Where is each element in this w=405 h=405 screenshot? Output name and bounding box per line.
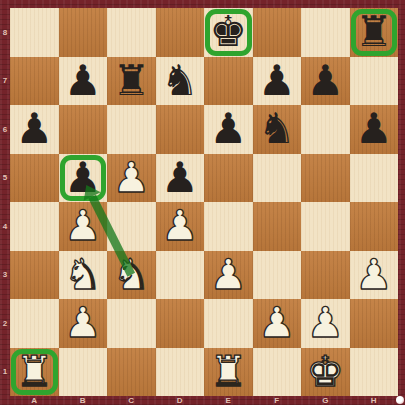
square-e6[interactable]: ♟ bbox=[204, 105, 253, 154]
square-e4[interactable] bbox=[204, 202, 253, 251]
square-b1[interactable] bbox=[59, 348, 108, 397]
square-f4[interactable] bbox=[253, 202, 302, 251]
square-g1[interactable]: ♚ bbox=[301, 348, 350, 397]
white-pawn-piece-b2[interactable]: ♟ bbox=[64, 299, 102, 347]
square-h7[interactable] bbox=[350, 57, 399, 106]
square-b8[interactable] bbox=[59, 8, 108, 57]
square-b7[interactable]: ♟ bbox=[59, 57, 108, 106]
square-d4[interactable]: ♟ bbox=[156, 202, 205, 251]
chess-board: ♚♜♟♜♞♟♟♟♟♞♟♟♟♟♟♟♞♞♟♟♟♟♟♜♜♚ 87654321ABCDE… bbox=[0, 0, 405, 405]
square-h4[interactable] bbox=[350, 202, 399, 251]
white-rook-piece-a1[interactable]: ♜ bbox=[15, 348, 53, 396]
black-rook-piece-c7[interactable]: ♜ bbox=[112, 57, 150, 105]
square-f3[interactable] bbox=[253, 251, 302, 300]
square-h8[interactable]: ♜ bbox=[350, 8, 399, 57]
black-pawn-piece-e6[interactable]: ♟ bbox=[209, 105, 247, 153]
square-c2[interactable] bbox=[107, 299, 156, 348]
square-b2[interactable]: ♟ bbox=[59, 299, 108, 348]
black-pawn-piece-b5[interactable]: ♟ bbox=[64, 154, 102, 202]
square-c1[interactable] bbox=[107, 348, 156, 397]
square-a3[interactable] bbox=[10, 251, 59, 300]
white-pawn-piece-g2[interactable]: ♟ bbox=[306, 299, 344, 347]
square-b5[interactable]: ♟ bbox=[59, 154, 108, 203]
black-pawn-piece-g7[interactable]: ♟ bbox=[306, 57, 344, 105]
file-label-d: D bbox=[156, 395, 205, 405]
square-d3[interactable] bbox=[156, 251, 205, 300]
square-e8[interactable]: ♚ bbox=[204, 8, 253, 57]
square-d8[interactable] bbox=[156, 8, 205, 57]
square-a6[interactable]: ♟ bbox=[10, 105, 59, 154]
black-rook-piece-h8[interactable]: ♜ bbox=[355, 8, 393, 56]
rank-label-2: 2 bbox=[0, 299, 10, 348]
square-f5[interactable] bbox=[253, 154, 302, 203]
square-h2[interactable] bbox=[350, 299, 399, 348]
rank-label-3: 3 bbox=[0, 251, 10, 300]
square-f8[interactable] bbox=[253, 8, 302, 57]
square-c8[interactable] bbox=[107, 8, 156, 57]
square-f6[interactable]: ♞ bbox=[253, 105, 302, 154]
black-king-piece-e8[interactable]: ♚ bbox=[209, 8, 247, 56]
black-pawn-piece-d5[interactable]: ♟ bbox=[161, 154, 199, 202]
square-f1[interactable] bbox=[253, 348, 302, 397]
square-g7[interactable]: ♟ bbox=[301, 57, 350, 106]
square-g5[interactable] bbox=[301, 154, 350, 203]
square-g4[interactable] bbox=[301, 202, 350, 251]
white-rook-piece-e1[interactable]: ♜ bbox=[209, 348, 247, 396]
black-knight-piece-f6[interactable]: ♞ bbox=[258, 105, 296, 153]
square-d7[interactable]: ♞ bbox=[156, 57, 205, 106]
square-a2[interactable] bbox=[10, 299, 59, 348]
black-pawn-piece-a6[interactable]: ♟ bbox=[15, 105, 53, 153]
square-b4[interactable]: ♟ bbox=[59, 202, 108, 251]
corner-dot bbox=[396, 396, 404, 404]
square-c5[interactable]: ♟ bbox=[107, 154, 156, 203]
file-label-e: E bbox=[204, 395, 253, 405]
white-pawn-piece-e3[interactable]: ♟ bbox=[209, 251, 247, 299]
white-pawn-piece-b4[interactable]: ♟ bbox=[64, 202, 102, 250]
black-knight-piece-d7[interactable]: ♞ bbox=[161, 57, 199, 105]
white-pawn-piece-c5[interactable]: ♟ bbox=[112, 154, 150, 202]
square-a4[interactable] bbox=[10, 202, 59, 251]
board-grid: ♚♜♟♜♞♟♟♟♟♞♟♟♟♟♟♟♞♞♟♟♟♟♟♜♜♚ bbox=[10, 8, 398, 396]
square-b6[interactable] bbox=[59, 105, 108, 154]
white-king-piece-g1[interactable]: ♚ bbox=[306, 348, 344, 396]
square-c7[interactable]: ♜ bbox=[107, 57, 156, 106]
square-d6[interactable] bbox=[156, 105, 205, 154]
square-g6[interactable] bbox=[301, 105, 350, 154]
file-label-h: H bbox=[350, 395, 399, 405]
file-label-g: G bbox=[301, 395, 350, 405]
rank-label-4: 4 bbox=[0, 202, 10, 251]
black-pawn-piece-b7[interactable]: ♟ bbox=[64, 57, 102, 105]
square-c4[interactable] bbox=[107, 202, 156, 251]
square-a7[interactable] bbox=[10, 57, 59, 106]
square-e3[interactable]: ♟ bbox=[204, 251, 253, 300]
rank-label-8: 8 bbox=[0, 8, 10, 57]
white-pawn-piece-h3[interactable]: ♟ bbox=[355, 251, 393, 299]
rank-label-5: 5 bbox=[0, 154, 10, 203]
square-e7[interactable] bbox=[204, 57, 253, 106]
black-pawn-piece-h6[interactable]: ♟ bbox=[355, 105, 393, 153]
square-h5[interactable] bbox=[350, 154, 399, 203]
square-a1[interactable]: ♜ bbox=[10, 348, 59, 397]
square-c6[interactable] bbox=[107, 105, 156, 154]
square-g3[interactable] bbox=[301, 251, 350, 300]
square-g2[interactable]: ♟ bbox=[301, 299, 350, 348]
square-g8[interactable] bbox=[301, 8, 350, 57]
white-knight-piece-c3[interactable]: ♞ bbox=[112, 251, 150, 299]
square-d1[interactable] bbox=[156, 348, 205, 397]
white-knight-piece-b3[interactable]: ♞ bbox=[64, 251, 102, 299]
white-pawn-piece-f2[interactable]: ♟ bbox=[258, 299, 296, 347]
rank-label-6: 6 bbox=[0, 105, 10, 154]
square-h1[interactable] bbox=[350, 348, 399, 397]
square-h3[interactable]: ♟ bbox=[350, 251, 399, 300]
file-label-f: F bbox=[253, 395, 302, 405]
square-a5[interactable] bbox=[10, 154, 59, 203]
square-e5[interactable] bbox=[204, 154, 253, 203]
rank-label-7: 7 bbox=[0, 57, 10, 106]
square-d2[interactable] bbox=[156, 299, 205, 348]
square-e1[interactable]: ♜ bbox=[204, 348, 253, 397]
square-f2[interactable]: ♟ bbox=[253, 299, 302, 348]
square-a8[interactable] bbox=[10, 8, 59, 57]
square-f7[interactable]: ♟ bbox=[253, 57, 302, 106]
file-label-b: B bbox=[59, 395, 108, 405]
file-label-c: C bbox=[107, 395, 156, 405]
square-d5[interactable]: ♟ bbox=[156, 154, 205, 203]
square-b3[interactable]: ♞ bbox=[59, 251, 108, 300]
square-c3[interactable]: ♞ bbox=[107, 251, 156, 300]
white-pawn-piece-d4[interactable]: ♟ bbox=[161, 202, 199, 250]
square-e2[interactable] bbox=[204, 299, 253, 348]
rank-label-1: 1 bbox=[0, 348, 10, 397]
square-h6[interactable]: ♟ bbox=[350, 105, 399, 154]
black-pawn-piece-f7[interactable]: ♟ bbox=[258, 57, 296, 105]
file-label-a: A bbox=[10, 395, 59, 405]
